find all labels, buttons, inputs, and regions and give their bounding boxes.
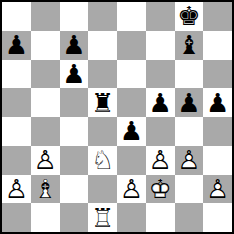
square-c2[interactable] — [60, 175, 89, 204]
piece-outline: ♙ — [146, 146, 175, 175]
piece-fill: ♟ — [117, 175, 146, 204]
piece-outline: ♙ — [175, 146, 204, 175]
square-g4[interactable] — [175, 117, 204, 146]
square-d3[interactable]: ♞♘ — [88, 146, 117, 175]
square-e7[interactable] — [117, 31, 146, 60]
square-h4[interactable] — [203, 117, 232, 146]
piece-fill: ♟ — [60, 31, 89, 60]
piece-outline: ♙ — [31, 146, 60, 175]
piece-fill: ♟ — [117, 117, 146, 146]
square-h8[interactable] — [203, 2, 232, 31]
white-pawn-piece[interactable]: ♟♙ — [117, 175, 146, 204]
square-g8[interactable]: ♚ — [175, 2, 204, 31]
white-king-piece[interactable]: ♚♔ — [146, 175, 175, 204]
square-b8[interactable] — [31, 2, 60, 31]
square-a1[interactable] — [2, 203, 31, 232]
square-d4[interactable] — [88, 117, 117, 146]
white-pawn-piece[interactable]: ♟♙ — [175, 146, 204, 175]
square-f7[interactable] — [146, 31, 175, 60]
square-d2[interactable] — [88, 175, 117, 204]
piece-outline: ♙ — [117, 175, 146, 204]
square-a4[interactable] — [2, 117, 31, 146]
square-d8[interactable] — [88, 2, 117, 31]
piece-outline: ♔ — [146, 175, 175, 204]
piece-outline: ♖ — [88, 203, 117, 232]
piece-fill: ♝ — [175, 31, 204, 60]
black-king-piece[interactable]: ♚ — [175, 2, 204, 31]
chess-board: ♚♟♟♝♟♜♟♟♟♟♟♙♞♘♟♙♟♙♟♙♝♗♟♙♚♔♟♙♜♖ — [2, 2, 232, 232]
square-f8[interactable] — [146, 2, 175, 31]
piece-fill: ♟ — [203, 88, 232, 117]
square-b2[interactable]: ♝♗ — [31, 175, 60, 204]
square-h2[interactable]: ♟♙ — [203, 175, 232, 204]
square-e4[interactable]: ♟ — [117, 117, 146, 146]
square-h7[interactable] — [203, 31, 232, 60]
black-pawn-piece[interactable]: ♟ — [203, 88, 232, 117]
square-f4[interactable] — [146, 117, 175, 146]
square-d1[interactable]: ♜♖ — [88, 203, 117, 232]
square-h1[interactable] — [203, 203, 232, 232]
square-a5[interactable] — [2, 88, 31, 117]
square-b1[interactable] — [31, 203, 60, 232]
square-e6[interactable] — [117, 60, 146, 89]
square-h3[interactable] — [203, 146, 232, 175]
white-pawn-piece[interactable]: ♟♙ — [203, 175, 232, 204]
piece-fill: ♟ — [2, 31, 31, 60]
white-pawn-piece[interactable]: ♟♙ — [31, 146, 60, 175]
piece-fill: ♝ — [31, 175, 60, 204]
square-c8[interactable] — [60, 2, 89, 31]
square-b3[interactable]: ♟♙ — [31, 146, 60, 175]
square-b6[interactable] — [31, 60, 60, 89]
square-g3[interactable]: ♟♙ — [175, 146, 204, 175]
black-pawn-piece[interactable]: ♟ — [117, 117, 146, 146]
square-c4[interactable] — [60, 117, 89, 146]
piece-fill: ♟ — [31, 146, 60, 175]
square-f2[interactable]: ♚♔ — [146, 175, 175, 204]
square-b7[interactable] — [31, 31, 60, 60]
square-b5[interactable] — [31, 88, 60, 117]
black-pawn-piece[interactable]: ♟ — [175, 88, 204, 117]
square-a8[interactable] — [2, 2, 31, 31]
chess-board-frame: ♚♟♟♝♟♜♟♟♟♟♟♙♞♘♟♙♟♙♟♙♝♗♟♙♚♔♟♙♜♖ — [0, 0, 234, 234]
piece-fill: ♟ — [2, 175, 31, 204]
square-c5[interactable] — [60, 88, 89, 117]
piece-fill: ♞ — [88, 146, 117, 175]
piece-fill: ♜ — [88, 88, 117, 117]
square-e2[interactable]: ♟♙ — [117, 175, 146, 204]
square-g2[interactable] — [175, 175, 204, 204]
square-g1[interactable] — [175, 203, 204, 232]
square-a7[interactable]: ♟ — [2, 31, 31, 60]
square-f5[interactable]: ♟ — [146, 88, 175, 117]
piece-outline: ♘ — [88, 146, 117, 175]
piece-fill: ♟ — [175, 88, 204, 117]
piece-fill: ♜ — [88, 203, 117, 232]
piece-fill: ♚ — [146, 175, 175, 204]
square-c3[interactable] — [60, 146, 89, 175]
black-rook-piece[interactable]: ♜ — [88, 88, 117, 117]
black-pawn-piece[interactable]: ♟ — [60, 31, 89, 60]
black-pawn-piece[interactable]: ♟ — [60, 60, 89, 89]
square-a6[interactable] — [2, 60, 31, 89]
square-e3[interactable] — [117, 146, 146, 175]
piece-outline: ♙ — [203, 175, 232, 204]
square-c1[interactable] — [60, 203, 89, 232]
piece-fill: ♟ — [60, 60, 89, 89]
square-c7[interactable]: ♟ — [60, 31, 89, 60]
square-g6[interactable] — [175, 60, 204, 89]
black-pawn-piece[interactable]: ♟ — [2, 31, 31, 60]
square-c6[interactable]: ♟ — [60, 60, 89, 89]
piece-fill: ♟ — [175, 146, 204, 175]
white-knight-piece[interactable]: ♞♘ — [88, 146, 117, 175]
square-b4[interactable] — [31, 117, 60, 146]
piece-fill: ♟ — [146, 146, 175, 175]
piece-outline: ♗ — [31, 175, 60, 204]
piece-fill: ♟ — [203, 175, 232, 204]
black-bishop-piece[interactable]: ♝ — [175, 31, 204, 60]
white-pawn-piece[interactable]: ♟♙ — [146, 146, 175, 175]
square-d5[interactable]: ♜ — [88, 88, 117, 117]
square-d7[interactable] — [88, 31, 117, 60]
piece-fill: ♚ — [175, 2, 204, 31]
square-a3[interactable] — [2, 146, 31, 175]
square-e1[interactable] — [117, 203, 146, 232]
square-g7[interactable]: ♝ — [175, 31, 204, 60]
white-pawn-piece[interactable]: ♟♙ — [2, 175, 31, 204]
square-f1[interactable] — [146, 203, 175, 232]
white-bishop-piece[interactable]: ♝♗ — [31, 175, 60, 204]
square-d6[interactable] — [88, 60, 117, 89]
square-g5[interactable]: ♟ — [175, 88, 204, 117]
square-h5[interactable]: ♟ — [203, 88, 232, 117]
square-e5[interactable] — [117, 88, 146, 117]
square-f3[interactable]: ♟♙ — [146, 146, 175, 175]
square-e8[interactable] — [117, 2, 146, 31]
piece-outline: ♙ — [2, 175, 31, 204]
black-pawn-piece[interactable]: ♟ — [146, 88, 175, 117]
piece-fill: ♟ — [146, 88, 175, 117]
square-a2[interactable]: ♟♙ — [2, 175, 31, 204]
square-h6[interactable] — [203, 60, 232, 89]
square-f6[interactable] — [146, 60, 175, 89]
white-rook-piece[interactable]: ♜♖ — [88, 203, 117, 232]
